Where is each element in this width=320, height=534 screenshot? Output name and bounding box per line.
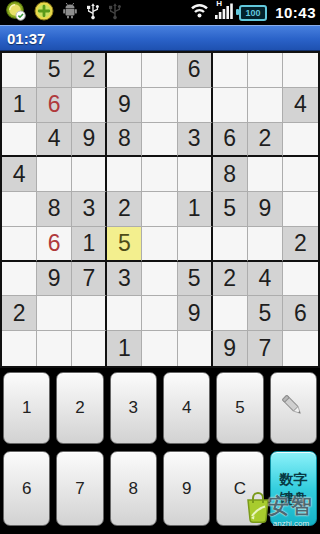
cell-r5c7[interactable]: 5 (213, 192, 248, 227)
cell-r7c9[interactable] (283, 262, 318, 297)
keyboard-toggle-line1: 数字 (279, 470, 307, 489)
cell-r6c6[interactable] (178, 227, 213, 262)
cell-r1c6[interactable]: 6 (178, 53, 213, 88)
key-6[interactable]: 6 (3, 451, 50, 526)
status-bar: H 100 10:43 (0, 0, 320, 25)
cell-r2c2[interactable]: 6 (37, 88, 72, 123)
cell-r6c8[interactable] (248, 227, 283, 262)
key-5[interactable]: 5 (216, 372, 263, 444)
cell-r1c8[interactable] (248, 53, 283, 88)
cell-r8c6[interactable]: 9 (178, 296, 213, 331)
pencil-icon (278, 391, 308, 426)
cell-r3c8[interactable]: 2 (248, 123, 283, 158)
cell-r7c1[interactable] (2, 262, 37, 297)
cell-r2c1[interactable]: 1 (2, 88, 37, 123)
cell-r7c3[interactable]: 7 (72, 262, 107, 297)
cell-r3c5[interactable] (142, 123, 177, 158)
cell-r4c4[interactable] (107, 157, 142, 192)
network-mode-label: H (216, 0, 222, 8)
coin-check-notification-icon (6, 1, 26, 25)
cell-r5c5[interactable] (142, 192, 177, 227)
cell-r8c8[interactable]: 5 (248, 296, 283, 331)
key-8[interactable]: 8 (110, 451, 157, 526)
cell-r4c2[interactable] (37, 157, 72, 192)
keyboard-toggle-line2: 键盘 (279, 489, 307, 508)
cell-r7c7[interactable]: 2 (213, 262, 248, 297)
cell-r3c4[interactable]: 8 (107, 123, 142, 158)
cell-r3c7[interactable]: 6 (213, 123, 248, 158)
cell-r4c5[interactable] (142, 157, 177, 192)
cell-r1c7[interactable] (213, 53, 248, 88)
key-9[interactable]: 9 (163, 451, 210, 526)
cell-r8c7[interactable] (213, 296, 248, 331)
cell-r2c8[interactable] (248, 88, 283, 123)
key-2[interactable]: 2 (56, 372, 103, 444)
cell-r5c1[interactable] (2, 192, 37, 227)
cell-r4c9[interactable] (283, 157, 318, 192)
cell-r9c1[interactable] (2, 331, 37, 366)
cell-r4c3[interactable] (72, 157, 107, 192)
cell-r3c3[interactable]: 9 (72, 123, 107, 158)
wifi-icon (190, 3, 209, 22)
cell-r2c6[interactable] (178, 88, 213, 123)
clock: 10:43 (273, 4, 316, 21)
coin-notification-icon (34, 1, 54, 25)
battery-nub (236, 9, 239, 15)
cell-r8c1[interactable]: 2 (2, 296, 37, 331)
cell-r3c2[interactable]: 4 (37, 123, 72, 158)
cell-r5c6[interactable]: 1 (178, 192, 213, 227)
cell-r1c3[interactable]: 2 (72, 53, 107, 88)
cell-r2c9[interactable]: 4 (283, 88, 318, 123)
elapsed-timer: 01:37 (0, 30, 45, 47)
signal-bars-icon: H (215, 2, 233, 23)
cell-r3c1[interactable] (2, 123, 37, 158)
cell-r7c5[interactable] (142, 262, 177, 297)
key-1[interactable]: 1 (3, 372, 50, 444)
cell-r2c5[interactable] (142, 88, 177, 123)
cell-r4c7[interactable]: 8 (213, 157, 248, 192)
cell-r8c5[interactable] (142, 296, 177, 331)
key-clear[interactable]: C (216, 451, 263, 526)
cell-r7c2[interactable]: 9 (37, 262, 72, 297)
cell-r6c3[interactable]: 1 (72, 227, 107, 262)
cell-r1c9[interactable] (283, 53, 318, 88)
cell-r7c8[interactable]: 4 (248, 262, 283, 297)
cell-r5c2[interactable]: 8 (37, 192, 72, 227)
cell-r4c1[interactable]: 4 (2, 157, 37, 192)
battery-level: 100 (246, 8, 261, 18)
android-robot-icon (62, 2, 78, 23)
cell-r9c4[interactable]: 1 (107, 331, 142, 366)
cell-r6c2[interactable]: 6 (37, 227, 72, 262)
cell-r6c4[interactable]: 5 (107, 227, 142, 262)
cell-r8c3[interactable] (72, 296, 107, 331)
cell-r6c9[interactable]: 2 (283, 227, 318, 262)
keypad-row-1: 1 2 3 4 5 (0, 372, 320, 444)
cell-r9c5[interactable] (142, 331, 177, 366)
cell-r8c4[interactable] (107, 296, 142, 331)
cell-r5c8[interactable]: 9 (248, 192, 283, 227)
cell-r5c9[interactable] (283, 192, 318, 227)
key-4[interactable]: 4 (163, 372, 210, 444)
cell-r1c2[interactable]: 5 (37, 53, 72, 88)
cell-r1c4[interactable] (107, 53, 142, 88)
cell-r5c3[interactable]: 3 (72, 192, 107, 227)
cell-r4c8[interactable] (248, 157, 283, 192)
timer-bar: 01:37 (0, 25, 320, 51)
number-keyboard-toggle-button[interactable]: 数字 键盘 (270, 451, 317, 526)
keypad-row-2: 6 7 8 9 C 数字 键盘 (0, 451, 320, 526)
cell-r9c6[interactable] (178, 331, 213, 366)
cell-r7c6[interactable]: 5 (178, 262, 213, 297)
cell-r9c2[interactable] (37, 331, 72, 366)
cell-r9c8[interactable]: 7 (248, 331, 283, 366)
cell-r2c7[interactable] (213, 88, 248, 123)
cell-r5c4[interactable]: 2 (107, 192, 142, 227)
phone-screen: H 100 10:43 01:37 5261694498362488321596… (0, 0, 320, 534)
sudoku-board[interactable]: 52616944983624883215961529735242956197 (0, 51, 320, 368)
cell-r2c3[interactable] (72, 88, 107, 123)
usb-icon (86, 1, 100, 25)
battery-icon: 100 (239, 5, 267, 21)
key-3[interactable]: 3 (110, 372, 157, 444)
cell-r9c7[interactable]: 9 (213, 331, 248, 366)
cell-r1c5[interactable] (142, 53, 177, 88)
cell-r9c9[interactable] (283, 331, 318, 366)
cell-r1c1[interactable] (2, 53, 37, 88)
cell-r6c1[interactable] (2, 227, 37, 262)
cell-r3c6[interactable]: 3 (178, 123, 213, 158)
cell-r8c9[interactable]: 6 (283, 296, 318, 331)
cell-r8c2[interactable] (37, 296, 72, 331)
cell-r6c5[interactable] (142, 227, 177, 262)
pencil-button[interactable] (270, 372, 317, 444)
cell-r4c6[interactable] (178, 157, 213, 192)
cell-r9c3[interactable] (72, 331, 107, 366)
usb-dim-icon (108, 1, 122, 25)
cell-r3c9[interactable] (283, 123, 318, 158)
cell-r7c4[interactable]: 3 (107, 262, 142, 297)
cell-r2c4[interactable]: 9 (107, 88, 142, 123)
cell-r6c7[interactable] (213, 227, 248, 262)
key-7[interactable]: 7 (56, 451, 103, 526)
